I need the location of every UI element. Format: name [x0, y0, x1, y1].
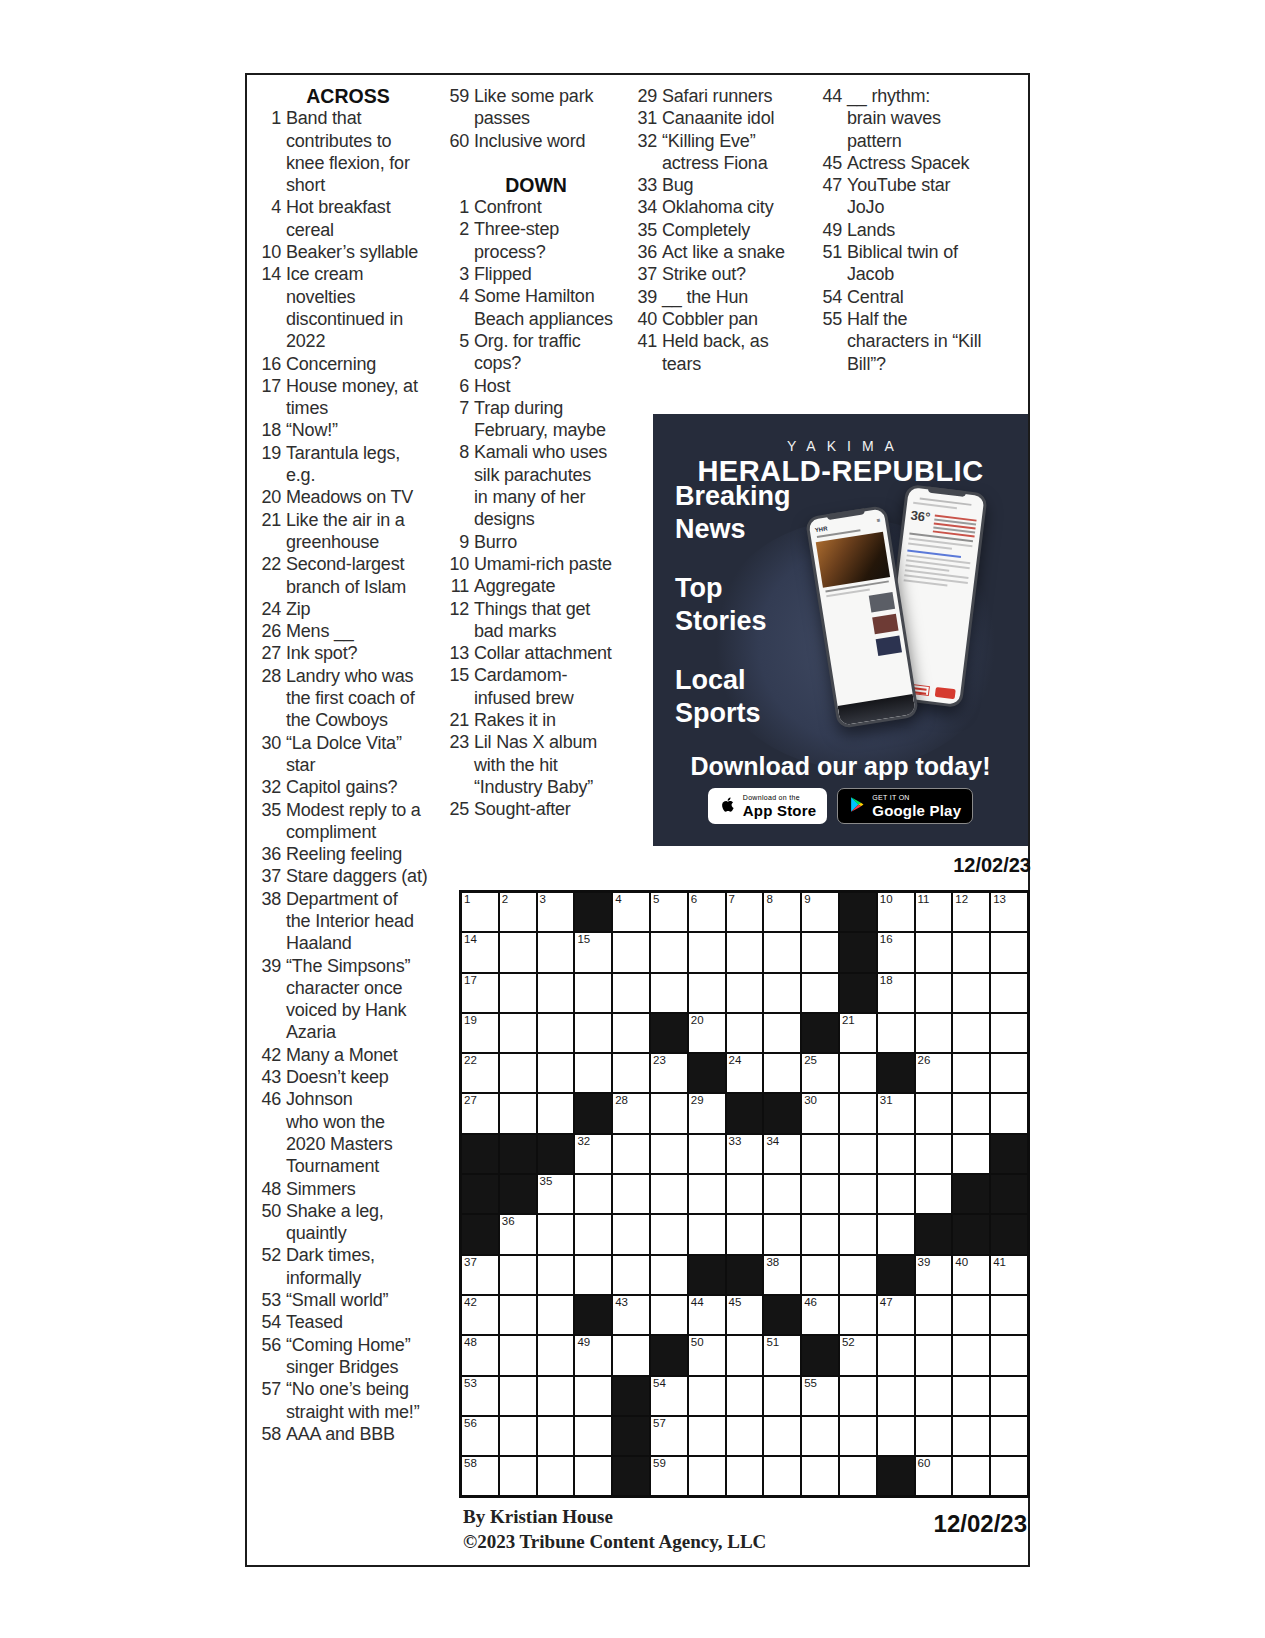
- grid-cell-r15c9[interactable]: [764, 1457, 800, 1495]
- clue-down-10: 10Umami-rich paste: [443, 553, 631, 575]
- grid-cell-r9c9[interactable]: [764, 1215, 800, 1253]
- grid-cell-r1c13-num-11[interactable]: 11: [916, 893, 952, 931]
- grid-cell-r1c14-num-12[interactable]: 12: [953, 893, 989, 931]
- grid-cell-r2c4-num-15[interactable]: 15: [575, 933, 611, 971]
- grid-cell-r14c6-num-57[interactable]: 57: [651, 1417, 687, 1455]
- grid-cell-r14c12[interactable]: [878, 1417, 914, 1455]
- grid-cell-r2c3[interactable]: [538, 933, 574, 971]
- grid-cell-r1c1-num-1[interactable]: 1: [462, 893, 498, 931]
- grid-cell-r7c14[interactable]: [953, 1135, 989, 1173]
- clue-number: 54: [816, 286, 847, 308]
- app-store-badge[interactable]: Download on the App Store: [708, 788, 827, 824]
- grid-cell-r3c15[interactable]: [991, 974, 1027, 1012]
- clue-text: Cardamom- infused brew: [474, 664, 631, 709]
- grid-cell-r10c1-num-37[interactable]: 37: [462, 1256, 498, 1294]
- clue-number: 32: [631, 130, 662, 175]
- cell-number: 18: [880, 974, 893, 987]
- grid-cell-r13c14[interactable]: [953, 1377, 989, 1415]
- grid-cell-r5c4[interactable]: [575, 1054, 611, 1092]
- grid-cell-r4c5[interactable]: [613, 1014, 649, 1052]
- google-play-icon: [849, 795, 866, 818]
- clue-across-18: 18“Now!”: [255, 419, 443, 441]
- grid-cell-r10c13-num-39[interactable]: 39: [916, 1256, 952, 1294]
- grid-cell-r4c7-num-20[interactable]: 20: [689, 1014, 725, 1052]
- grid-cell-r8c10[interactable]: [802, 1175, 838, 1213]
- grid-cell-r13c13[interactable]: [916, 1377, 952, 1415]
- grid-cell-r9c7[interactable]: [689, 1215, 725, 1253]
- grid-cell-r4c14[interactable]: [953, 1014, 989, 1052]
- grid-cell-r14c4[interactable]: [575, 1417, 611, 1455]
- grid-cell-r9c13-black: [916, 1215, 952, 1253]
- grid-cell-r2c15[interactable]: [991, 933, 1027, 971]
- grid-cell-r4c8[interactable]: [727, 1014, 763, 1052]
- grid-cell-r6c7-num-29[interactable]: 29: [689, 1094, 725, 1132]
- clue-number: 4: [443, 285, 474, 330]
- grid-cell-r15c11[interactable]: [840, 1457, 876, 1495]
- grid-cell-r12c14[interactable]: [953, 1336, 989, 1374]
- clue-number: 12: [443, 598, 474, 643]
- grid-cell-r14c15[interactable]: [991, 1417, 1027, 1455]
- grid-cell-r13c2[interactable]: [500, 1377, 536, 1415]
- cell-number: 49: [577, 1336, 590, 1349]
- cell-number: 20: [691, 1014, 704, 1027]
- cell-number: 30: [804, 1094, 817, 1107]
- cell-number: 39: [918, 1256, 931, 1269]
- clue-text: Dark times, informally: [286, 1244, 443, 1289]
- clue-down-44: 44__ rhythm: brain waves pattern: [816, 85, 1004, 152]
- grid-cell-r13c4[interactable]: [575, 1377, 611, 1415]
- grid-cell-r11c15[interactable]: [991, 1296, 1027, 1334]
- grid-cell-r5c14[interactable]: [953, 1054, 989, 1092]
- grid-cell-r9c8[interactable]: [727, 1215, 763, 1253]
- grid-cell-r15c1-num-58[interactable]: 58: [462, 1457, 498, 1495]
- grid-cell-r3c7[interactable]: [689, 974, 725, 1012]
- grid-cell-r8c6[interactable]: [651, 1175, 687, 1213]
- cell-number: 28: [615, 1094, 628, 1107]
- grid-cell-r7c4-num-32[interactable]: 32: [575, 1135, 611, 1173]
- cell-number: 1: [464, 893, 470, 906]
- grid-cell-r9c2-num-36[interactable]: 36: [500, 1215, 536, 1253]
- clue-text: Actress Spacek: [847, 152, 1004, 174]
- grid-cell-r8c15-black: [991, 1175, 1027, 1213]
- grid-cell-r9c3[interactable]: [538, 1215, 574, 1253]
- grid-cell-r8c9[interactable]: [764, 1175, 800, 1213]
- grid-cell-r6c11[interactable]: [840, 1094, 876, 1132]
- cell-number: 17: [464, 974, 477, 987]
- clue-down-40: 40Cobbler pan: [631, 308, 819, 330]
- clue-across-48: 48Simmers: [255, 1178, 443, 1200]
- grid-cell-r14c3[interactable]: [538, 1417, 574, 1455]
- grid-cell-r4c1-num-19[interactable]: 19: [462, 1014, 498, 1052]
- grid-cell-r13c7[interactable]: [689, 1377, 725, 1415]
- grid-cell-r2c14[interactable]: [953, 933, 989, 971]
- grid-cell-r4c2[interactable]: [500, 1014, 536, 1052]
- grid-cell-r10c3[interactable]: [538, 1256, 574, 1294]
- grid-cell-r6c14[interactable]: [953, 1094, 989, 1132]
- cell-number: 42: [464, 1296, 477, 1309]
- grid-cell-r10c5[interactable]: [613, 1256, 649, 1294]
- grid-cell-r6c13[interactable]: [916, 1094, 952, 1132]
- grid-cell-r2c5[interactable]: [613, 933, 649, 971]
- clue-text: “Coming Home” singer Bridges: [286, 1334, 443, 1379]
- grid-cell-r9c12[interactable]: [878, 1215, 914, 1253]
- grid-cell-r11c12-num-47[interactable]: 47: [878, 1296, 914, 1334]
- grid-cell-r7c7[interactable]: [689, 1135, 725, 1173]
- grid-cell-r2c7[interactable]: [689, 933, 725, 971]
- grid-cell-r12c12[interactable]: [878, 1336, 914, 1374]
- clue-number: 10: [255, 241, 286, 263]
- grid-cell-r14c14[interactable]: [953, 1417, 989, 1455]
- grid-cell-r3c14[interactable]: [953, 974, 989, 1012]
- grid-cell-r11c4-black: [575, 1296, 611, 1334]
- grid-cell-r12c15[interactable]: [991, 1336, 1027, 1374]
- news-photo: [816, 532, 890, 588]
- grid-cell-r13c10-num-55[interactable]: 55: [802, 1377, 838, 1415]
- grid-cell-r5c13-num-26[interactable]: 26: [916, 1054, 952, 1092]
- grid-cell-r3c5[interactable]: [613, 974, 649, 1012]
- grid-cell-r13c5-black: [613, 1377, 649, 1415]
- grid-cell-r15c4[interactable]: [575, 1457, 611, 1495]
- grid-cell-r1c3-num-3[interactable]: 3: [538, 893, 574, 931]
- clue-down-55: 55Half the characters in “Kill Bill”?: [816, 308, 1004, 375]
- clue-text: Things that get bad marks: [474, 598, 631, 643]
- grid-cell-r11c14[interactable]: [953, 1296, 989, 1334]
- grid-cell-r4c9[interactable]: [764, 1014, 800, 1052]
- grid-cell-r1c12-num-10[interactable]: 10: [878, 893, 914, 931]
- clue-number: 44: [816, 85, 847, 152]
- grid-cell-r13c3[interactable]: [538, 1377, 574, 1415]
- grid-cell-r2c10[interactable]: [802, 933, 838, 971]
- grid-cell-r14c11[interactable]: [840, 1417, 876, 1455]
- grid-cell-r12c1-num-48[interactable]: 48: [462, 1336, 498, 1374]
- grid-cell-r2c2[interactable]: [500, 933, 536, 971]
- grid-cell-r7c12[interactable]: [878, 1135, 914, 1173]
- clue-down-29: 29Safari runners: [631, 85, 819, 107]
- grid-cell-r1c15-num-13[interactable]: 13: [991, 893, 1027, 931]
- grid-cell-r11c11[interactable]: [840, 1296, 876, 1334]
- cell-number: 52: [842, 1336, 855, 1349]
- clue-number: 25: [443, 798, 474, 820]
- grid-cell-r15c15[interactable]: [991, 1457, 1027, 1495]
- grid-cell-r9c6[interactable]: [651, 1215, 687, 1253]
- grid-cell-r5c10-num-25[interactable]: 25: [802, 1054, 838, 1092]
- grid-cell-r3c9[interactable]: [764, 974, 800, 1012]
- grid-cell-r1c7-num-6[interactable]: 6: [689, 893, 725, 931]
- grid-cell-r7c13[interactable]: [916, 1135, 952, 1173]
- grid-cell-r11c7-num-44[interactable]: 44: [689, 1296, 725, 1334]
- grid-cell-r7c5[interactable]: [613, 1135, 649, 1173]
- grid-cell-r4c12[interactable]: [878, 1014, 914, 1052]
- grid-cell-r12c4-num-49[interactable]: 49: [575, 1336, 611, 1374]
- grid-cell-r10c14-num-40[interactable]: 40: [953, 1256, 989, 1294]
- grid-cell-r15c3[interactable]: [538, 1457, 574, 1495]
- grid-cell-r13c11[interactable]: [840, 1377, 876, 1415]
- grid-cell-r1c6-num-5[interactable]: 5: [651, 893, 687, 931]
- grid-cell-r7c6[interactable]: [651, 1135, 687, 1173]
- cell-number: 43: [615, 1296, 628, 1309]
- grid-cell-r6c1-num-27[interactable]: 27: [462, 1094, 498, 1132]
- clue-text: “Small world”: [286, 1289, 443, 1311]
- grid-cell-r12c8[interactable]: [727, 1336, 763, 1374]
- cell-number: 6: [691, 893, 697, 906]
- grid-cell-r10c10[interactable]: [802, 1256, 838, 1294]
- clue-number: 8: [443, 441, 474, 530]
- grid-cell-r6c12-num-31[interactable]: 31: [878, 1094, 914, 1132]
- grid-cell-r1c5-num-4[interactable]: 4: [613, 893, 649, 931]
- clue-number: 41: [631, 330, 662, 375]
- grid-cell-r8c4[interactable]: [575, 1175, 611, 1213]
- clue-number: 5: [443, 330, 474, 375]
- clue-number: 40: [631, 308, 662, 330]
- grid-cell-r3c6[interactable]: [651, 974, 687, 1012]
- grid-cell-r11c10-num-46[interactable]: 46: [802, 1296, 838, 1334]
- store-badges-row: Download on the App Store GE: [653, 788, 1028, 824]
- clue-number: 21: [255, 509, 286, 554]
- grid-cell-r14c5-black: [613, 1417, 649, 1455]
- grid-cell-r2c13[interactable]: [916, 933, 952, 971]
- cell-number: 14: [464, 933, 477, 946]
- grid-cell-r15c12-black: [878, 1457, 914, 1495]
- grid-cell-r11c5-num-43[interactable]: 43: [613, 1296, 649, 1334]
- grid-cell-r1c9-num-8[interactable]: 8: [764, 893, 800, 931]
- grid-cell-r7c11[interactable]: [840, 1135, 876, 1173]
- clue-text: “La Dolce Vita” star: [286, 732, 443, 777]
- grid-cell-r6c2[interactable]: [500, 1094, 536, 1132]
- puzzle-frame: ACROSS1Band that contributes to knee fle…: [245, 73, 1030, 1567]
- grid-cell-r14c13[interactable]: [916, 1417, 952, 1455]
- grid-cell-r12c3[interactable]: [538, 1336, 574, 1374]
- clue-number: 57: [255, 1378, 286, 1423]
- grid-cell-r4c3[interactable]: [538, 1014, 574, 1052]
- clue-column-4: 44__ rhythm: brain waves pattern45Actres…: [816, 85, 1004, 375]
- grid-cell-r12c7-num-50[interactable]: 50: [689, 1336, 725, 1374]
- grid-cell-r5c6-num-23[interactable]: 23: [651, 1054, 687, 1092]
- grid-cell-r3c3[interactable]: [538, 974, 574, 1012]
- grid-cell-r13c6-num-54[interactable]: 54: [651, 1377, 687, 1415]
- grid-cell-r10c15-num-41[interactable]: 41: [991, 1256, 1027, 1294]
- grid-cell-r10c9-num-38[interactable]: 38: [764, 1256, 800, 1294]
- grid-cell-r8c5[interactable]: [613, 1175, 649, 1213]
- grid-cell-r12c13[interactable]: [916, 1336, 952, 1374]
- grid-cell-r9c10[interactable]: [802, 1215, 838, 1253]
- grid-cell-r4c6-black: [651, 1014, 687, 1052]
- cell-number: 8: [766, 893, 772, 906]
- clue-number: 1: [443, 196, 474, 218]
- grid-cell-r7c9-num-34[interactable]: 34: [764, 1135, 800, 1173]
- grid-cell-r5c11[interactable]: [840, 1054, 876, 1092]
- grid-cell-r13c1-num-53[interactable]: 53: [462, 1377, 498, 1415]
- grid-cell-r9c5[interactable]: [613, 1215, 649, 1253]
- grid-cell-r13c8[interactable]: [727, 1377, 763, 1415]
- clue-number: 49: [816, 219, 847, 241]
- grid-cell-r3c1-num-17[interactable]: 17: [462, 974, 498, 1012]
- clue-down-3: 3Flipped: [443, 263, 631, 285]
- grid-cell-r1c2-num-2[interactable]: 2: [500, 893, 536, 931]
- clue-text: “The Simpsons” character once voiced by …: [286, 955, 443, 1044]
- clue-across-26: 26Mens __: [255, 620, 443, 642]
- grid-cell-r6c10-num-30[interactable]: 30: [802, 1094, 838, 1132]
- grid-cell-r12c2[interactable]: [500, 1336, 536, 1374]
- grid-cell-r10c11[interactable]: [840, 1256, 876, 1294]
- grid-cell-r2c6[interactable]: [651, 933, 687, 971]
- grid-cell-r15c2[interactable]: [500, 1457, 536, 1495]
- cell-number: 2: [502, 893, 508, 906]
- grid-cell-r12c11-num-52[interactable]: 52: [840, 1336, 876, 1374]
- cell-number: 36: [502, 1215, 515, 1228]
- grid-cell-r9c11[interactable]: [840, 1215, 876, 1253]
- grid-cell-r15c6-num-59[interactable]: 59: [651, 1457, 687, 1495]
- clue-text: __ rhythm: brain waves pattern: [847, 85, 1004, 152]
- grid-cell-r15c8[interactable]: [727, 1457, 763, 1495]
- grid-cell-r8c8[interactable]: [727, 1175, 763, 1213]
- clue-text: Trap during February, maybe: [474, 397, 631, 442]
- clue-number: 46: [255, 1088, 286, 1177]
- grid-cell-r13c12[interactable]: [878, 1377, 914, 1415]
- clue-text: Meadows on TV: [286, 486, 443, 508]
- clue-number: 45: [816, 152, 847, 174]
- google-play-badge[interactable]: GET IT ON Google Play: [837, 788, 973, 824]
- grid-cell-r6c5-num-28[interactable]: 28: [613, 1094, 649, 1132]
- grid-cell-r3c4[interactable]: [575, 974, 611, 1012]
- grid-cell-r10c6[interactable]: [651, 1256, 687, 1294]
- grid-cell-r3c10[interactable]: [802, 974, 838, 1012]
- clue-across-22: 22Second-largest branch of Islam: [255, 553, 443, 598]
- clue-number: 7: [443, 397, 474, 442]
- grid-cell-r5c2[interactable]: [500, 1054, 536, 1092]
- grid-cell-r3c2[interactable]: [500, 974, 536, 1012]
- clue-number: 2: [443, 218, 474, 263]
- news-thumb-poster: [876, 635, 902, 656]
- grid-cell-r6c15[interactable]: [991, 1094, 1027, 1132]
- clue-number: 43: [255, 1066, 286, 1088]
- clue-text: Johnson who won the 2020 Masters Tournam…: [286, 1088, 443, 1177]
- weather-temp: 36°: [910, 509, 931, 525]
- grid-cell-r6c6[interactable]: [651, 1094, 687, 1132]
- grid-cell-r4c4[interactable]: [575, 1014, 611, 1052]
- grid-cell-r4c11-num-21[interactable]: 21: [840, 1014, 876, 1052]
- grid-cell-r10c4[interactable]: [575, 1256, 611, 1294]
- grid-cell-r14c10[interactable]: [802, 1417, 838, 1455]
- grid-cell-r11c3[interactable]: [538, 1296, 574, 1334]
- grid-cell-r10c2[interactable]: [500, 1256, 536, 1294]
- news-app-brand: YHR: [814, 525, 827, 533]
- grid-cell-r7c8-num-33[interactable]: 33: [727, 1135, 763, 1173]
- grid-cell-r4c13[interactable]: [916, 1014, 952, 1052]
- badge-big-text: App Store: [743, 802, 816, 819]
- grid-cell-r11c8-num-45[interactable]: 45: [727, 1296, 763, 1334]
- grid-cell-r2c9[interactable]: [764, 933, 800, 971]
- grid-cell-r5c5[interactable]: [613, 1054, 649, 1092]
- clue-number: 59: [443, 85, 474, 130]
- grid-cell-r8c2-black: [500, 1175, 536, 1213]
- clue-across-36: 36Reeling feeling: [255, 843, 443, 865]
- grid-cell-r3c12-num-18[interactable]: 18: [878, 974, 914, 1012]
- grid-cell-r8c7[interactable]: [689, 1175, 725, 1213]
- clue-number: 26: [255, 620, 286, 642]
- ad-feature-3: Local Sports: [675, 664, 791, 730]
- grid-cell-r11c6[interactable]: [651, 1296, 687, 1334]
- grid-cell-r5c3[interactable]: [538, 1054, 574, 1092]
- grid-cell-r11c1-num-42[interactable]: 42: [462, 1296, 498, 1334]
- clue-number: 33: [631, 174, 662, 196]
- clue-text: Confront: [474, 196, 631, 218]
- grid-cell-r8c3-num-35[interactable]: 35: [538, 1175, 574, 1213]
- grid-cell-r15c13-num-60[interactable]: 60: [916, 1457, 952, 1495]
- grid-cell-r2c8[interactable]: [727, 933, 763, 971]
- clue-number: 16: [255, 353, 286, 375]
- grid-cell-r1c8-num-7[interactable]: 7: [727, 893, 763, 931]
- clue-text: Bug: [662, 174, 819, 196]
- grid-cell-r15c10[interactable]: [802, 1457, 838, 1495]
- cell-number: 60: [918, 1457, 931, 1470]
- cell-number: 11: [918, 893, 930, 906]
- grid-cell-r13c9[interactable]: [764, 1377, 800, 1415]
- grid-cell-r5c9[interactable]: [764, 1054, 800, 1092]
- grid-cell-r14c2[interactable]: [500, 1417, 536, 1455]
- grid-cell-r6c3[interactable]: [538, 1094, 574, 1132]
- cell-number: 22: [464, 1054, 477, 1067]
- grid-cell-r1c10-num-9[interactable]: 9: [802, 893, 838, 931]
- clue-across-53: 53“Small world”: [255, 1289, 443, 1311]
- grid-cell-r9c15-black: [991, 1215, 1027, 1253]
- grid-cell-r13c15[interactable]: [991, 1377, 1027, 1415]
- clue-number: 38: [255, 888, 286, 955]
- grid-cell-r12c5[interactable]: [613, 1336, 649, 1374]
- grid-cell-r8c13[interactable]: [916, 1175, 952, 1213]
- grid-cell-r14c9[interactable]: [764, 1417, 800, 1455]
- cell-number: 9: [804, 893, 810, 906]
- grid-cell-r5c15[interactable]: [991, 1054, 1027, 1092]
- clue-text: Lands: [847, 219, 1004, 241]
- clue-across-21: 21Like the air in a greenhouse: [255, 509, 443, 554]
- grid-cell-r11c2[interactable]: [500, 1296, 536, 1334]
- clue-down-47: 47YouTube star JoJo: [816, 174, 1004, 219]
- cell-number: 34: [766, 1135, 779, 1148]
- grid-cell-r2c12-num-16[interactable]: 16: [878, 933, 914, 971]
- grid-cell-r3c8[interactable]: [727, 974, 763, 1012]
- clue-number: 37: [255, 865, 286, 887]
- grid-cell-r8c11[interactable]: [840, 1175, 876, 1213]
- grid-cell-r15c7[interactable]: [689, 1457, 725, 1495]
- cell-number: 59: [653, 1457, 666, 1470]
- grid-cell-r3c13[interactable]: [916, 974, 952, 1012]
- grid-cell-r7c10[interactable]: [802, 1135, 838, 1173]
- clue-number: 51: [816, 241, 847, 286]
- grid-cell-r7c15-black: [991, 1135, 1027, 1173]
- grid-cell-r5c8-num-24[interactable]: 24: [727, 1054, 763, 1092]
- grid-cell-r15c14[interactable]: [953, 1457, 989, 1495]
- grid-cell-r11c13[interactable]: [916, 1296, 952, 1334]
- grid-cell-r14c8[interactable]: [727, 1417, 763, 1455]
- clue-down-31: 31Canaanite idol: [631, 107, 819, 129]
- clue-across-30: 30“La Dolce Vita” star: [255, 732, 443, 777]
- grid-cell-r9c4[interactable]: [575, 1215, 611, 1253]
- grid-cell-r5c1-num-22[interactable]: 22: [462, 1054, 498, 1092]
- grid-cell-r2c11-black: [840, 933, 876, 971]
- grid-cell-r12c9-num-51[interactable]: 51: [764, 1336, 800, 1374]
- clue-down-49: 49Lands: [816, 219, 1004, 241]
- grid-cell-r2c1-num-14[interactable]: 14: [462, 933, 498, 971]
- grid-cell-r14c1-num-56[interactable]: 56: [462, 1417, 498, 1455]
- clue-number: 17: [255, 375, 286, 420]
- grid-cell-r4c15[interactable]: [991, 1014, 1027, 1052]
- grid-cell-r14c7[interactable]: [689, 1417, 725, 1455]
- cell-number: 51: [766, 1336, 779, 1349]
- crossword-grid: 1234567891011121314151617181920212223242…: [459, 890, 1030, 1498]
- cell-number: 4: [615, 893, 621, 906]
- grid-cell-r10c8-black: [727, 1256, 763, 1294]
- grid-cell-r8c12[interactable]: [878, 1175, 914, 1213]
